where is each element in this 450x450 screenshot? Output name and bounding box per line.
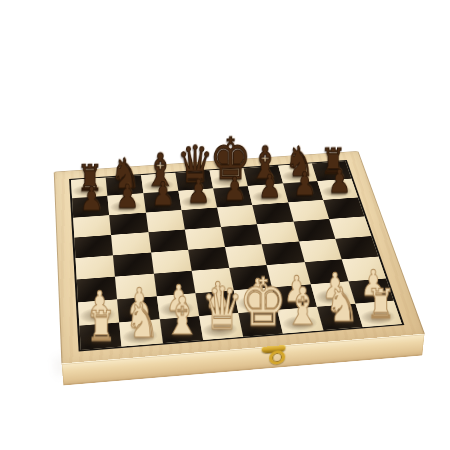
square-g2: ♟: [310, 281, 355, 307]
square-a2: ♟: [78, 299, 119, 325]
piece-contact-shadow: [145, 197, 177, 211]
piece-contact-shadow: [159, 301, 195, 318]
piece-contact-shadow: [241, 318, 278, 336]
square-g3: [304, 260, 348, 285]
square-d3: [191, 268, 233, 293]
square-e2: ♟: [234, 287, 278, 313]
piece-contact-shadow: [198, 298, 234, 315]
square-a4: [76, 255, 116, 279]
square-b6: [109, 212, 148, 234]
square-f3: [267, 262, 310, 287]
clasp-ring-icon: [269, 350, 286, 365]
piece-contact-shadow: [216, 192, 249, 206]
piece-contact-shadow: [246, 172, 278, 185]
square-b4: [113, 253, 153, 277]
chess-set-photo: ♜♞♝♛♚♝♞♜♟♟♟♟♟♟♟♟♟♟♟♟♟♟♟♟♜♞♝♛♚♝♞♜: [0, 0, 450, 450]
square-e3: [229, 265, 272, 290]
piece-contact-shadow: [73, 184, 104, 198]
square-e1: ♚: [238, 310, 283, 337]
square-b5: [111, 232, 150, 255]
square-h1: ♜: [355, 301, 402, 328]
piece-contact-shadow: [352, 286, 389, 303]
piece-contact-shadow: [281, 169, 314, 182]
square-f2: ♟: [272, 284, 316, 310]
piece-contact-shadow: [359, 308, 397, 325]
piece-contact-shadow: [108, 181, 139, 194]
square-f5: [257, 221, 298, 244]
piece-contact-shadow: [281, 314, 319, 331]
square-a3: [77, 277, 118, 302]
square-g4: [299, 239, 342, 263]
square-c4: [151, 250, 192, 274]
box-lid: ♜♞♝♛♚♝♞♜♟♟♟♟♟♟♟♟♟♟♟♟♟♟♟♟♜♞♝♛♚♝♞♜: [54, 151, 426, 365]
piece-contact-shadow: [110, 200, 142, 214]
piece-contact-shadow: [120, 304, 156, 321]
chess-board: ♜♞♝♛♚♝♞♜♟♟♟♟♟♟♟♟♟♟♟♟♟♟♟♟♜♞♝♛♚♝♞♜: [69, 160, 404, 352]
piece-contact-shadow: [320, 311, 358, 328]
square-f6: [252, 202, 293, 224]
piece-contact-shadow: [162, 324, 199, 342]
square-b1: ♞: [119, 319, 162, 346]
piece-contact-shadow: [237, 295, 274, 312]
square-h2: ♟: [348, 278, 394, 303]
square-c6: [145, 210, 184, 232]
piece-contact-shadow: [320, 185, 354, 199]
square-d2: ♟: [195, 290, 238, 316]
piece-contact-shadow: [143, 179, 175, 192]
square-b2: ♟: [117, 296, 159, 322]
square-b3: [115, 274, 156, 299]
square-a5: [74, 235, 113, 258]
square-g6: [288, 200, 329, 222]
piece-contact-shadow: [315, 167, 348, 180]
square-e6: [217, 205, 257, 227]
piece-contact-shadow: [81, 330, 117, 348]
square-h5: [329, 216, 371, 239]
square-d5: [185, 227, 225, 250]
square-d4: [188, 247, 229, 271]
square-c1: ♝: [159, 316, 203, 343]
square-a1: ♜: [79, 322, 121, 350]
piece-contact-shadow: [177, 176, 209, 189]
piece-contact-shadow: [74, 202, 106, 216]
square-d6: [181, 207, 221, 229]
piece-contact-shadow: [202, 321, 239, 339]
piece-contact-shadow: [181, 195, 214, 209]
square-e4: [225, 244, 267, 268]
piece-contact-shadow: [251, 190, 284, 204]
piece-black-rook-a8: ♜: [77, 162, 103, 195]
square-f1: ♝: [277, 307, 322, 334]
piece-contact-shadow: [212, 174, 244, 187]
piece-contact-shadow: [314, 289, 351, 306]
wooden-box: ♜♞♝♛♚♝♞♜♟♟♟♟♟♟♟♟♟♟♟♟♟♟♟♟♜♞♝♛♚♝♞♜: [54, 151, 426, 365]
square-d1: ♛: [199, 313, 243, 340]
piece-contact-shadow: [275, 291, 312, 308]
square-h4: [335, 236, 378, 259]
piece-contact-shadow: [122, 327, 158, 345]
square-c5: [148, 229, 188, 252]
square-g5: [293, 219, 335, 242]
square-h3: [341, 257, 385, 281]
piece-contact-shadow: [80, 307, 115, 324]
square-a6: [73, 215, 111, 237]
piece-contact-shadow: [286, 187, 319, 201]
square-e5: [221, 224, 262, 247]
square-h6: [323, 197, 365, 219]
square-c3: [153, 271, 195, 296]
square-c2: ♟: [156, 293, 199, 319]
square-f4: [262, 242, 304, 266]
